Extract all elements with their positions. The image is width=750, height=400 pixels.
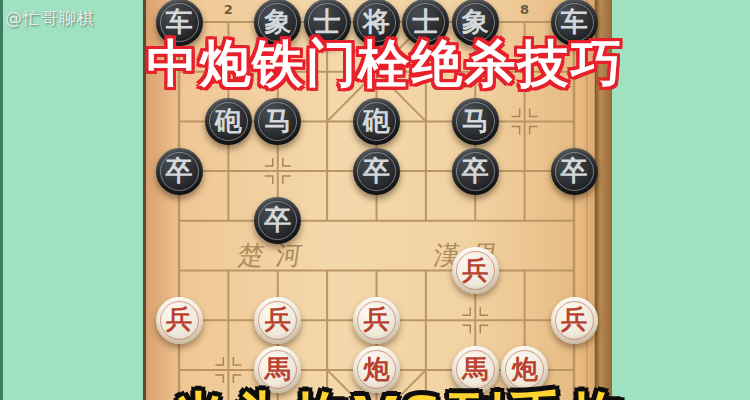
piece-black-horse[interactable]: 马 bbox=[254, 98, 301, 145]
piece-character: 卒 bbox=[462, 157, 489, 184]
piece-character: 兵 bbox=[166, 306, 192, 332]
piece-character: 兵 bbox=[265, 306, 291, 332]
left-edge-strip bbox=[0, 0, 3, 400]
piece-black-horse[interactable]: 马 bbox=[452, 98, 499, 145]
piece-black-pawn[interactable]: 卒 bbox=[452, 148, 499, 195]
piece-character: 馬 bbox=[265, 356, 291, 382]
piece-character: 马 bbox=[462, 107, 489, 134]
piece-character: 砲 bbox=[215, 107, 242, 134]
piece-red-pawn[interactable]: 兵 bbox=[353, 297, 400, 344]
piece-character: 兵 bbox=[364, 306, 390, 332]
piece-character: 卒 bbox=[264, 206, 291, 233]
piece-red-pawn[interactable]: 兵 bbox=[452, 247, 499, 294]
piece-red-pawn[interactable]: 兵 bbox=[254, 297, 301, 344]
file-label-8: 8 bbox=[520, 2, 529, 17]
piece-character: 砲 bbox=[363, 107, 390, 134]
video-frame: @忙哥聊棋 楚河 漢界 28 车象士将士象车砲马砲马卒卒卒卒卒兵兵兵兵兵馬炮馬炮… bbox=[0, 0, 750, 400]
piece-character: 馬 bbox=[462, 356, 488, 382]
piece-black-pawn[interactable]: 卒 bbox=[353, 148, 400, 195]
piece-character: 炮 bbox=[364, 356, 390, 382]
piece-black-pawn[interactable]: 卒 bbox=[156, 148, 203, 195]
file-label-2: 2 bbox=[224, 2, 233, 17]
piece-black-cannon[interactable]: 砲 bbox=[205, 98, 252, 145]
bottom-caption: 当头炮VS列手炮 bbox=[150, 381, 650, 400]
piece-red-pawn[interactable]: 兵 bbox=[156, 297, 203, 344]
piece-black-cannon[interactable]: 砲 bbox=[353, 98, 400, 145]
piece-red-pawn[interactable]: 兵 bbox=[551, 297, 598, 344]
title-overlay: 中炮铁门栓绝杀技巧 bbox=[143, 30, 627, 99]
piece-character: 卒 bbox=[363, 157, 390, 184]
piece-character: 兵 bbox=[561, 306, 587, 332]
watermark: @忙哥聊棋 bbox=[5, 7, 95, 30]
piece-black-pawn[interactable]: 卒 bbox=[551, 148, 598, 195]
piece-character: 卒 bbox=[561, 157, 588, 184]
piece-character: 兵 bbox=[462, 257, 488, 283]
piece-character: 卒 bbox=[166, 157, 193, 184]
piece-character: 炮 bbox=[512, 356, 538, 382]
piece-character: 马 bbox=[264, 107, 291, 134]
